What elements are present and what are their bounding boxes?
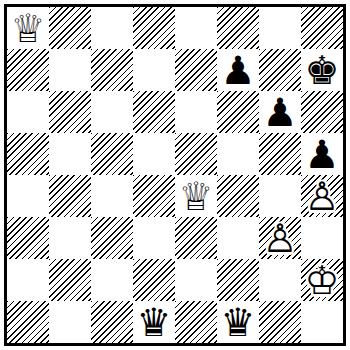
square-d2 — [133, 259, 175, 301]
square-h5: ♟♟ — [301, 133, 343, 175]
square-d1: ♛♛ — [133, 301, 175, 343]
square-b1 — [49, 301, 91, 343]
square-f7: ♟♟ — [217, 49, 259, 91]
white-queen-glyph: ♕ — [175, 175, 217, 217]
square-f2 — [217, 259, 259, 301]
square-b5 — [49, 133, 91, 175]
square-a4 — [7, 175, 49, 217]
black-king-glyph: ♚ — [301, 49, 343, 91]
square-e1 — [175, 301, 217, 343]
square-c5 — [91, 133, 133, 175]
white-pawn-glyph: ♙ — [301, 175, 343, 217]
square-a5 — [7, 133, 49, 175]
black-pawn-f7: ♟♟ — [217, 49, 259, 91]
square-d3 — [133, 217, 175, 259]
square-e6 — [175, 91, 217, 133]
square-a6 — [7, 91, 49, 133]
square-c6 — [91, 91, 133, 133]
white-queen-a8: ♛♕ — [7, 7, 49, 49]
square-e4: ♛♕ — [175, 175, 217, 217]
square-a1 — [7, 301, 49, 343]
square-h7: ♚♚ — [301, 49, 343, 91]
square-a3 — [7, 217, 49, 259]
chess-board: ♛♕♟♟♚♚♟♟♟♟♛♕♟♙♟♙♚♔♛♛♛♛ — [4, 4, 346, 346]
white-pawn-g3: ♟♙ — [259, 217, 301, 259]
black-pawn-h5: ♟♟ — [301, 133, 343, 175]
square-a7 — [7, 49, 49, 91]
black-queen-f1: ♛♛ — [217, 301, 259, 343]
square-c4 — [91, 175, 133, 217]
square-a2 — [7, 259, 49, 301]
square-f8 — [217, 7, 259, 49]
square-g3: ♟♙ — [259, 217, 301, 259]
black-pawn-g6: ♟♟ — [259, 91, 301, 133]
square-b4 — [49, 175, 91, 217]
black-pawn-glyph: ♟ — [217, 49, 259, 91]
black-queen-d1: ♛♛ — [133, 301, 175, 343]
white-queen-glyph: ♕ — [7, 7, 49, 49]
square-g4 — [259, 175, 301, 217]
black-queen-glyph: ♛ — [217, 301, 259, 343]
square-d4 — [133, 175, 175, 217]
white-pawn-glyph: ♙ — [259, 217, 301, 259]
square-g2 — [259, 259, 301, 301]
square-g7 — [259, 49, 301, 91]
square-d6 — [133, 91, 175, 133]
square-h1 — [301, 301, 343, 343]
square-h4: ♟♙ — [301, 175, 343, 217]
white-king-h2: ♚♔ — [301, 259, 343, 301]
square-b3 — [49, 217, 91, 259]
square-f1: ♛♛ — [217, 301, 259, 343]
square-e5 — [175, 133, 217, 175]
white-queen-e4: ♛♕ — [175, 175, 217, 217]
square-e7 — [175, 49, 217, 91]
square-b7 — [49, 49, 91, 91]
square-h2: ♚♔ — [301, 259, 343, 301]
square-b2 — [49, 259, 91, 301]
square-g6: ♟♟ — [259, 91, 301, 133]
black-king-h7: ♚♚ — [301, 49, 343, 91]
white-king-glyph: ♔ — [301, 259, 343, 301]
square-d7 — [133, 49, 175, 91]
square-g8 — [259, 7, 301, 49]
chess-diagram-page: ♛♕♟♟♚♚♟♟♟♟♛♕♟♙♟♙♚♔♛♛♛♛ — [0, 0, 350, 350]
square-g1 — [259, 301, 301, 343]
square-b6 — [49, 91, 91, 133]
square-b8 — [49, 7, 91, 49]
square-f4 — [217, 175, 259, 217]
black-pawn-glyph: ♟ — [301, 133, 343, 175]
square-f6 — [217, 91, 259, 133]
black-queen-glyph: ♛ — [133, 301, 175, 343]
square-f3 — [217, 217, 259, 259]
square-e2 — [175, 259, 217, 301]
square-c1 — [91, 301, 133, 343]
square-a8: ♛♕ — [7, 7, 49, 49]
square-c3 — [91, 217, 133, 259]
square-c8 — [91, 7, 133, 49]
square-e8 — [175, 7, 217, 49]
white-pawn-h4: ♟♙ — [301, 175, 343, 217]
square-g5 — [259, 133, 301, 175]
square-c7 — [91, 49, 133, 91]
square-h6 — [301, 91, 343, 133]
square-h3 — [301, 217, 343, 259]
square-d8 — [133, 7, 175, 49]
square-h8 — [301, 7, 343, 49]
black-pawn-glyph: ♟ — [259, 91, 301, 133]
square-c2 — [91, 259, 133, 301]
square-d5 — [133, 133, 175, 175]
square-e3 — [175, 217, 217, 259]
square-f5 — [217, 133, 259, 175]
